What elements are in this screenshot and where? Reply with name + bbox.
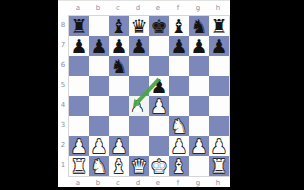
square-d8[interactable]: ♛ <box>129 16 149 36</box>
black-pawn[interactable]: ♟ <box>109 36 129 56</box>
file-labels-bottom: abcdefgh <box>68 177 228 190</box>
square-e4[interactable]: ♟ <box>149 96 169 116</box>
black-rook[interactable]: ♜ <box>209 16 229 36</box>
square-d1[interactable]: ♛ <box>129 156 149 176</box>
black-knight[interactable]: ♞ <box>189 16 209 36</box>
black-pawn[interactable]: ♟ <box>89 36 109 56</box>
black-pawn[interactable]: ♟ <box>149 76 169 96</box>
square-a5[interactable] <box>69 76 89 96</box>
square-b6[interactable] <box>89 56 109 76</box>
square-f7[interactable]: ♟ <box>169 36 189 56</box>
square-d4[interactable]: ♟ <box>129 96 149 116</box>
square-d7[interactable]: ♟ <box>129 36 149 56</box>
white-pawn[interactable]: ♟ <box>149 96 169 116</box>
square-a2[interactable]: ♟ <box>69 136 89 156</box>
app-window: { "game": "chess", "position": { "fen": … <box>0 0 304 190</box>
square-b2[interactable]: ♟ <box>89 136 109 156</box>
square-e6[interactable] <box>149 56 169 76</box>
file-label-b: b <box>88 2 108 15</box>
file-label-g: g <box>188 2 208 15</box>
square-c3[interactable] <box>109 116 129 136</box>
black-pawn[interactable]: ♟ <box>129 36 149 56</box>
file-label-c: c <box>108 177 128 190</box>
rank-label-2: 2 <box>58 135 68 155</box>
square-f1[interactable]: ♝ <box>169 156 189 176</box>
file-label-c: c <box>108 2 128 15</box>
file-label-g: g <box>188 177 208 190</box>
square-e5[interactable]: ♟ <box>149 76 169 96</box>
square-d5[interactable] <box>129 76 149 96</box>
square-d6[interactable] <box>129 56 149 76</box>
black-queen[interactable]: ♛ <box>129 16 149 36</box>
rank-label-3: 3 <box>58 115 68 135</box>
file-labels-top: abcdefgh <box>68 2 228 15</box>
square-c5[interactable] <box>109 76 129 96</box>
square-g5[interactable] <box>189 76 209 96</box>
square-e8[interactable]: ♚ <box>149 16 169 36</box>
file-label-d: d <box>128 177 148 190</box>
white-pawn[interactable]: ♟ <box>89 136 109 156</box>
square-c7[interactable]: ♟ <box>109 36 129 56</box>
square-h5[interactable] <box>209 76 229 96</box>
square-e3[interactable] <box>149 116 169 136</box>
white-pawn[interactable]: ♟ <box>109 136 129 156</box>
square-f6[interactable] <box>169 56 189 76</box>
file-label-f: f <box>168 2 188 15</box>
square-h7[interactable]: ♟ <box>209 36 229 56</box>
square-e1[interactable]: ♚ <box>149 156 169 176</box>
white-king[interactable]: ♚ <box>149 156 169 176</box>
white-pawn[interactable]: ♟ <box>128 97 148 117</box>
white-knight[interactable]: ♞ <box>169 116 189 136</box>
square-a8[interactable]: ♜ <box>69 16 89 36</box>
rank-label-6: 6 <box>58 55 68 75</box>
square-e2[interactable] <box>149 136 169 156</box>
square-h3[interactable] <box>209 116 229 136</box>
black-bishop[interactable]: ♝ <box>169 16 189 36</box>
square-b7[interactable]: ♟ <box>89 36 109 56</box>
square-g1[interactable] <box>189 156 209 176</box>
square-a6[interactable] <box>69 56 89 76</box>
square-c2[interactable]: ♟ <box>109 136 129 156</box>
square-a7[interactable]: ♟ <box>69 36 89 56</box>
square-f4[interactable] <box>169 96 189 116</box>
square-g2[interactable]: ♟ <box>189 136 209 156</box>
white-pawn[interactable]: ♟ <box>189 136 209 156</box>
black-king[interactable]: ♚ <box>149 16 169 36</box>
rank-label-1: 1 <box>58 155 68 175</box>
square-a1[interactable]: ♜ <box>69 156 89 176</box>
square-g6[interactable] <box>189 56 209 76</box>
chess-board[interactable]: ♜♝♛♚♝♞♜♟♟♟♟♟♟♟♞♟♟♟♞♟♟♟♟♟♟♜♞♝♛♚♝♜ <box>68 15 230 177</box>
black-pawn[interactable]: ♟ <box>209 36 229 56</box>
square-g4[interactable] <box>189 96 209 116</box>
white-pawn[interactable]: ♟ <box>209 136 229 156</box>
rank-labels-left: 87654321 <box>58 15 68 175</box>
square-d3[interactable] <box>129 116 149 136</box>
square-d2[interactable] <box>129 136 149 156</box>
square-f8[interactable]: ♝ <box>169 16 189 36</box>
square-f3[interactable]: ♞ <box>169 116 189 136</box>
rank-label-4: 4 <box>58 95 68 115</box>
square-b3[interactable] <box>89 116 109 136</box>
square-c8[interactable]: ♝ <box>109 16 129 36</box>
file-label-d: d <box>128 2 148 15</box>
square-g8[interactable]: ♞ <box>189 16 209 36</box>
square-h4[interactable] <box>209 96 229 116</box>
square-a4[interactable] <box>69 96 89 116</box>
rank-label-5: 5 <box>58 75 68 95</box>
file-label-e: e <box>148 2 168 15</box>
black-bishop[interactable]: ♝ <box>109 16 129 36</box>
black-pawn[interactable]: ♟ <box>169 36 189 56</box>
black-pawn[interactable]: ♟ <box>189 36 209 56</box>
square-f5[interactable] <box>169 76 189 96</box>
file-label-e: e <box>148 177 168 190</box>
square-b8[interactable] <box>89 16 109 36</box>
black-rook[interactable]: ♜ <box>69 16 89 36</box>
rank-label-8: 8 <box>58 15 68 35</box>
square-c4[interactable] <box>109 96 129 116</box>
white-rook[interactable]: ♜ <box>209 156 229 176</box>
square-h8[interactable]: ♜ <box>209 16 229 36</box>
black-pawn[interactable]: ♟ <box>69 36 89 56</box>
square-b1[interactable]: ♞ <box>89 156 109 176</box>
rank-label-7: 7 <box>58 35 68 55</box>
white-queen[interactable]: ♛ <box>129 156 149 176</box>
white-knight[interactable]: ♞ <box>89 156 109 176</box>
square-b5[interactable] <box>89 76 109 96</box>
file-label-a: a <box>68 177 88 190</box>
file-label-a: a <box>68 2 88 15</box>
white-rook[interactable]: ♜ <box>69 156 89 176</box>
square-h6[interactable] <box>209 56 229 76</box>
square-g7[interactable]: ♟ <box>189 36 209 56</box>
white-bishop[interactable]: ♝ <box>109 156 129 176</box>
chess-board-panel: abcdefgh 87654321 ♜♝♛♚♝♞♜♟♟♟♟♟♟♟♞♟♟♟♞♟♟♟… <box>58 0 230 187</box>
black-knight[interactable]: ♞ <box>109 56 129 76</box>
file-label-f: f <box>168 177 188 190</box>
white-pawn[interactable]: ♟ <box>69 136 89 156</box>
square-c6[interactable]: ♞ <box>109 56 129 76</box>
square-c1[interactable]: ♝ <box>109 156 129 176</box>
square-h2[interactable]: ♟ <box>209 136 229 156</box>
file-label-h: h <box>208 2 228 15</box>
square-b4[interactable] <box>89 96 109 116</box>
white-pawn[interactable]: ♟ <box>169 136 189 156</box>
file-label-h: h <box>208 177 228 190</box>
file-label-b: b <box>88 177 108 190</box>
square-h1[interactable]: ♜ <box>209 156 229 176</box>
square-a3[interactable] <box>69 116 89 136</box>
white-bishop[interactable]: ♝ <box>169 156 189 176</box>
square-e7[interactable] <box>149 36 169 56</box>
square-g3[interactable] <box>189 116 209 136</box>
square-f2[interactable]: ♟ <box>169 136 189 156</box>
